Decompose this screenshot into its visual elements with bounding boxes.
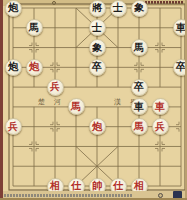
xiangqi-screenshot: 楚河 漢界 炮將士象馬士車象馬炮卒卒卒車兵馬車兵炮馬兵炮相仕帥仕相 [0, 0, 187, 200]
photo-edge-bottom [0, 198, 187, 200]
piece-red-馬[interactable]: 馬 [68, 98, 85, 115]
piece-black-炮[interactable]: 炮 [5, 59, 22, 76]
piece-red-車[interactable]: 車 [152, 98, 169, 115]
bottom-microtext [4, 194, 132, 197]
piece-black-象[interactable]: 象 [131, 0, 148, 17]
piece-black-炮[interactable]: 炮 [5, 0, 22, 17]
piece-red-炮[interactable]: 炮 [89, 118, 106, 135]
photo-edge-left [0, 0, 3, 200]
piece-red-炮[interactable]: 炮 [26, 59, 43, 76]
piece-black-士[interactable]: 士 [89, 19, 106, 36]
piece-black-卒[interactable]: 卒 [89, 59, 106, 76]
piece-red-馬[interactable]: 馬 [131, 118, 148, 135]
piece-red-兵[interactable]: 兵 [5, 118, 22, 135]
piece-black-馬[interactable]: 馬 [26, 19, 43, 36]
piece-black-將[interactable]: 將 [89, 0, 106, 17]
piece-black-卒[interactable]: 卒 [131, 79, 148, 96]
piece-red-兵[interactable]: 兵 [152, 118, 169, 135]
piece-black-馬[interactable]: 馬 [131, 39, 148, 56]
piece-black-象[interactable]: 象 [89, 39, 106, 56]
piece-red-兵[interactable]: 兵 [47, 79, 64, 96]
photo-edge-right [185, 0, 187, 200]
river-text-left: 楚河 [38, 97, 70, 107]
piece-black-士[interactable]: 士 [110, 0, 127, 17]
piece-black-車[interactable]: 車 [131, 98, 148, 115]
